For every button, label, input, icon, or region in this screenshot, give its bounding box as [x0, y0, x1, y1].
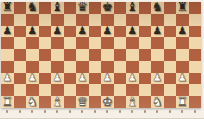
board-square[interactable]: ♛ — [76, 2, 89, 14]
board-square[interactable] — [64, 26, 77, 38]
black-pawn[interactable]: ♟ — [128, 25, 137, 36]
white-knight[interactable]: ♞ — [152, 96, 163, 107]
board-square[interactable]: ♟ — [76, 26, 89, 38]
board-square[interactable]: ♞ — [151, 2, 164, 14]
board-square[interactable] — [89, 73, 102, 85]
coordinate-tick — [94, 110, 96, 113]
board-square[interactable] — [151, 49, 164, 61]
board-square[interactable] — [64, 61, 77, 73]
board-square[interactable] — [114, 26, 127, 38]
board-square[interactable]: ♞ — [26, 96, 39, 108]
board-square[interactable] — [139, 73, 152, 85]
board-square[interactable]: ♟ — [151, 26, 164, 38]
board-square[interactable] — [126, 37, 139, 49]
board-square[interactable]: ♟ — [126, 26, 139, 38]
board-square[interactable] — [89, 2, 102, 14]
board-square[interactable] — [189, 37, 202, 49]
board-square[interactable] — [176, 49, 189, 61]
board-square[interactable] — [189, 14, 202, 26]
chess-board: ♜♞♝♛♚♝♞♜♟♟♟♟♟♟♟♟♟♟♟♟♟♟♟♟♜♞♝♛♚♝♞♜ — [1, 2, 201, 108]
board-square[interactable]: ♟ — [176, 26, 189, 38]
board-square[interactable] — [64, 84, 77, 96]
board-square[interactable]: ♜ — [1, 96, 14, 108]
board-square[interactable] — [64, 49, 77, 61]
black-queen[interactable]: ♛ — [77, 1, 88, 12]
board-square[interactable] — [164, 37, 177, 49]
coordinate-tick — [156, 110, 158, 113]
board-square[interactable] — [189, 73, 202, 85]
white-bishop[interactable]: ♝ — [127, 96, 138, 107]
board-square[interactable]: ♝ — [51, 2, 64, 14]
coordinate-tick — [144, 110, 146, 113]
board-square[interactable] — [39, 73, 52, 85]
black-pawn[interactable]: ♟ — [53, 25, 62, 36]
coordinate-tick — [81, 110, 83, 113]
board-square[interactable] — [64, 73, 77, 85]
board-square[interactable]: ♟ — [51, 73, 64, 85]
board-square[interactable] — [39, 14, 52, 26]
coordinate-tick — [181, 110, 183, 113]
board-square[interactable]: ♝ — [51, 96, 64, 108]
black-knight[interactable]: ♞ — [27, 1, 38, 12]
coordinate-tick — [56, 110, 58, 113]
board-square[interactable] — [189, 49, 202, 61]
board-square[interactable] — [89, 37, 102, 49]
board-square[interactable] — [139, 61, 152, 73]
board-square[interactable] — [139, 37, 152, 49]
black-pawn[interactable]: ♟ — [78, 25, 87, 36]
board-square[interactable]: ♟ — [51, 26, 64, 38]
board-square[interactable] — [176, 37, 189, 49]
board-square[interactable] — [114, 96, 127, 108]
black-bishop[interactable]: ♝ — [127, 1, 138, 12]
board-square[interactable]: ♟ — [176, 73, 189, 85]
board-square[interactable] — [114, 73, 127, 85]
board-square[interactable] — [139, 26, 152, 38]
black-pawn[interactable]: ♟ — [103, 25, 112, 36]
board-square[interactable] — [89, 61, 102, 73]
black-pawn[interactable]: ♟ — [3, 25, 12, 36]
coordinate-tick — [106, 110, 108, 113]
coordinate-marks — [1, 109, 201, 113]
board-square[interactable] — [39, 61, 52, 73]
board-square[interactable]: ♜ — [176, 2, 189, 14]
board-square[interactable] — [164, 49, 177, 61]
board-square[interactable] — [64, 2, 77, 14]
board-square[interactable] — [51, 49, 64, 61]
white-king[interactable]: ♚ — [102, 96, 113, 107]
black-rook[interactable]: ♜ — [2, 1, 13, 12]
board-square[interactable] — [39, 26, 52, 38]
board-square[interactable] — [14, 84, 27, 96]
board-square[interactable] — [101, 37, 114, 49]
board-square[interactable] — [114, 84, 127, 96]
board-square[interactable] — [64, 96, 77, 108]
board-square[interactable]: ♟ — [1, 26, 14, 38]
coordinate-tick — [69, 110, 71, 113]
board-square[interactable] — [139, 2, 152, 14]
black-knight[interactable]: ♞ — [152, 1, 163, 12]
board-square[interactable]: ♜ — [176, 96, 189, 108]
board-square[interactable] — [76, 37, 89, 49]
board-square[interactable] — [139, 49, 152, 61]
board-square[interactable] — [14, 61, 27, 73]
board-square[interactable] — [89, 96, 102, 108]
board-square[interactable] — [14, 37, 27, 49]
board-square[interactable] — [39, 49, 52, 61]
white-knight[interactable]: ♞ — [27, 96, 38, 107]
board-square[interactable]: ♟ — [26, 73, 39, 85]
board-square[interactable]: ♝ — [126, 96, 139, 108]
board-square[interactable] — [164, 14, 177, 26]
board-square[interactable] — [39, 2, 52, 14]
board-square[interactable] — [139, 84, 152, 96]
board-square[interactable] — [26, 49, 39, 61]
white-pawn[interactable]: ♟ — [78, 72, 87, 83]
board-square[interactable] — [189, 96, 202, 108]
white-pawn[interactable]: ♟ — [53, 72, 62, 83]
board-square[interactable] — [14, 14, 27, 26]
board-square[interactable] — [14, 96, 27, 108]
board-square[interactable] — [139, 14, 152, 26]
board-square[interactable] — [189, 2, 202, 14]
black-pawn[interactable]: ♟ — [178, 25, 187, 36]
board-square[interactable] — [89, 84, 102, 96]
board-square[interactable]: ♝ — [126, 2, 139, 14]
board-square[interactable]: ♜ — [1, 2, 14, 14]
board-square[interactable] — [14, 49, 27, 61]
white-pawn[interactable]: ♟ — [153, 72, 162, 83]
board-square[interactable] — [114, 61, 127, 73]
board-square[interactable] — [14, 26, 27, 38]
board-square[interactable] — [114, 2, 127, 14]
board-square[interactable] — [101, 49, 114, 61]
white-pawn[interactable]: ♟ — [103, 72, 112, 83]
board-square[interactable] — [14, 2, 27, 14]
board-square[interactable] — [139, 96, 152, 108]
board-square[interactable] — [1, 49, 14, 61]
board-square[interactable] — [89, 14, 102, 26]
board-square[interactable]: ♟ — [101, 26, 114, 38]
white-bishop[interactable]: ♝ — [52, 96, 63, 107]
board-square[interactable]: ♟ — [126, 73, 139, 85]
board-square[interactable] — [164, 96, 177, 108]
board-square[interactable]: ♟ — [26, 26, 39, 38]
black-pawn[interactable]: ♟ — [28, 25, 37, 36]
black-bishop[interactable]: ♝ — [52, 1, 63, 12]
board-square[interactable] — [164, 73, 177, 85]
board-square[interactable] — [164, 2, 177, 14]
board-square[interactable] — [189, 84, 202, 96]
board-square[interactable] — [114, 49, 127, 61]
board-square[interactable] — [76, 49, 89, 61]
board-square[interactable] — [39, 96, 52, 108]
coordinate-tick — [44, 110, 46, 113]
board-square[interactable] — [1, 37, 14, 49]
board-square[interactable] — [64, 14, 77, 26]
chess-set-photo: ♜♞♝♛♚♝♞♜♟♟♟♟♟♟♟♟♟♟♟♟♟♟♟♟♜♞♝♛♚♝♞♜ — [0, 0, 204, 119]
board-square[interactable] — [89, 26, 102, 38]
board-square[interactable]: ♚ — [101, 2, 114, 14]
board-square[interactable] — [89, 49, 102, 61]
board-square[interactable] — [14, 73, 27, 85]
board-square[interactable]: ♞ — [26, 2, 39, 14]
white-rook[interactable]: ♜ — [2, 96, 13, 107]
board-square[interactable] — [151, 37, 164, 49]
white-pawn[interactable]: ♟ — [28, 72, 37, 83]
white-queen[interactable]: ♛ — [77, 96, 88, 107]
white-rook[interactable]: ♜ — [177, 96, 188, 107]
board-square[interactable] — [64, 37, 77, 49]
black-king[interactable]: ♚ — [102, 1, 113, 12]
board-square[interactable] — [39, 37, 52, 49]
coordinate-tick — [31, 110, 33, 113]
board-square[interactable]: ♛ — [76, 96, 89, 108]
board-square[interactable]: ♟ — [101, 73, 114, 85]
board-square[interactable] — [164, 26, 177, 38]
board-square[interactable] — [26, 37, 39, 49]
black-pawn[interactable]: ♟ — [153, 25, 162, 36]
board-square[interactable] — [189, 61, 202, 73]
board-square[interactable]: ♟ — [1, 73, 14, 85]
board-square[interactable] — [114, 14, 127, 26]
board-square[interactable] — [126, 49, 139, 61]
coordinate-tick — [194, 110, 196, 113]
board-square[interactable] — [189, 26, 202, 38]
white-pawn[interactable]: ♟ — [3, 72, 12, 83]
board-square[interactable] — [164, 61, 177, 73]
coordinate-tick — [169, 110, 171, 113]
coordinate-tick — [19, 110, 21, 113]
board-square[interactable] — [39, 84, 52, 96]
board-square[interactable] — [51, 37, 64, 49]
coordinate-tick — [131, 110, 133, 113]
black-rook[interactable]: ♜ — [177, 1, 188, 12]
board-square[interactable]: ♞ — [151, 96, 164, 108]
coordinate-tick — [6, 110, 8, 113]
white-pawn[interactable]: ♟ — [128, 72, 137, 83]
coordinate-tick — [119, 110, 121, 113]
board-square[interactable] — [114, 37, 127, 49]
board-square[interactable]: ♚ — [101, 96, 114, 108]
board-square[interactable] — [164, 84, 177, 96]
board-square[interactable]: ♟ — [151, 73, 164, 85]
white-pawn[interactable]: ♟ — [178, 72, 187, 83]
board-square[interactable]: ♟ — [76, 73, 89, 85]
